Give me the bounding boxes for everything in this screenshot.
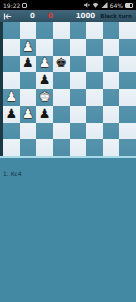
- mute-icon: [84, 2, 90, 8]
- square-h3[interactable]: [119, 106, 136, 123]
- square-b2[interactable]: [20, 123, 37, 140]
- square-d7[interactable]: [53, 39, 70, 56]
- white-score-value: 0: [30, 12, 35, 20]
- black-pawn-a3[interactable]: ♟: [5, 107, 17, 120]
- square-a4[interactable]: ♟: [3, 89, 20, 106]
- battery-percent-label: 64%: [110, 2, 123, 9]
- exit-button[interactable]: [3, 12, 12, 21]
- square-g1[interactable]: [103, 139, 120, 156]
- square-h8[interactable]: [119, 22, 136, 39]
- square-a8[interactable]: [3, 22, 20, 39]
- square-f1[interactable]: [86, 139, 103, 156]
- black-pawn-c5[interactable]: ♟: [39, 73, 51, 86]
- white-pawn-c6[interactable]: ♟: [39, 56, 51, 69]
- square-g3[interactable]: [103, 106, 120, 123]
- status-left: 19:22: [3, 2, 27, 9]
- square-c4[interactable]: ♚: [36, 89, 53, 106]
- square-b8[interactable]: [20, 22, 37, 39]
- white-pawn-a4[interactable]: ♟: [5, 90, 17, 103]
- square-b6[interactable]: ♟: [20, 56, 37, 73]
- chess-board: ♟♟♟♚♟♟♚♟♟♟: [3, 22, 136, 156]
- square-g2[interactable]: [103, 123, 120, 140]
- square-d1[interactable]: [53, 139, 70, 156]
- square-e3[interactable]: [70, 106, 87, 123]
- square-b3[interactable]: ♟: [20, 106, 37, 123]
- square-e1[interactable]: [70, 139, 87, 156]
- square-f3[interactable]: [86, 106, 103, 123]
- square-h4[interactable]: [119, 89, 136, 106]
- signal-icon: [101, 2, 108, 8]
- square-f6[interactable]: [86, 56, 103, 73]
- square-h1[interactable]: [119, 139, 136, 156]
- battery-icon: [125, 3, 133, 8]
- square-d3[interactable]: [53, 106, 70, 123]
- square-a7[interactable]: [3, 39, 20, 56]
- alert-score-value: 0: [48, 12, 53, 20]
- square-c5[interactable]: ♟: [36, 72, 53, 89]
- board-frame: ♟♟♟♚♟♟♚♟♟♟: [0, 22, 136, 156]
- white-king-c4[interactable]: ♚: [39, 90, 51, 103]
- white-pawn-b7[interactable]: ♟: [22, 40, 34, 53]
- status-bar: 19:22 64%: [0, 0, 136, 10]
- move-text: 1. Kc4: [3, 170, 22, 177]
- square-d8[interactable]: [53, 22, 70, 39]
- square-g4[interactable]: [103, 89, 120, 106]
- black-pawn-b6[interactable]: ♟: [22, 56, 34, 69]
- square-e7[interactable]: [70, 39, 87, 56]
- phone-screen: 19:22 64% 0 0 1000 Black turn ♟♟♟♚♟♟♚♟♟♟: [0, 0, 136, 302]
- app-toolbar: 0 0 1000 Black turn: [0, 10, 136, 22]
- square-c3[interactable]: ♟: [36, 106, 53, 123]
- black-pawn-c3[interactable]: ♟: [39, 107, 51, 120]
- square-h6[interactable]: [119, 56, 136, 73]
- square-a3[interactable]: ♟: [3, 106, 20, 123]
- square-e2[interactable]: [70, 123, 87, 140]
- square-e8[interactable]: [70, 22, 87, 39]
- square-a2[interactable]: [3, 123, 20, 140]
- square-a6[interactable]: [3, 56, 20, 73]
- notification-icon: [22, 3, 27, 8]
- wifi-icon: [92, 2, 99, 8]
- square-h7[interactable]: [119, 39, 136, 56]
- square-b4[interactable]: [20, 89, 37, 106]
- engine-level-value: 1000: [76, 12, 95, 20]
- square-f7[interactable]: [86, 39, 103, 56]
- exit-icon: [3, 12, 12, 21]
- turn-indicator: Black turn: [100, 13, 133, 19]
- square-f5[interactable]: [86, 72, 103, 89]
- square-b5[interactable]: [20, 72, 37, 89]
- square-g5[interactable]: [103, 72, 120, 89]
- square-b7[interactable]: ♟: [20, 39, 37, 56]
- square-g6[interactable]: [103, 56, 120, 73]
- clock-label: 19:22: [3, 2, 20, 9]
- black-king-d6[interactable]: ♚: [55, 56, 67, 69]
- square-a5[interactable]: [3, 72, 20, 89]
- square-e4[interactable]: [70, 89, 87, 106]
- square-d6[interactable]: ♚: [53, 56, 70, 73]
- square-h2[interactable]: [119, 123, 136, 140]
- square-d4[interactable]: [53, 89, 70, 106]
- square-c1[interactable]: [36, 139, 53, 156]
- square-d5[interactable]: [53, 72, 70, 89]
- square-f4[interactable]: [86, 89, 103, 106]
- move-list[interactable]: 1. Kc4: [0, 158, 136, 302]
- square-c8[interactable]: [36, 22, 53, 39]
- square-h5[interactable]: [119, 72, 136, 89]
- square-f2[interactable]: [86, 123, 103, 140]
- square-c2[interactable]: [36, 123, 53, 140]
- status-right: 64%: [84, 2, 133, 9]
- square-e5[interactable]: [70, 72, 87, 89]
- square-d2[interactable]: [53, 123, 70, 140]
- square-f8[interactable]: [86, 22, 103, 39]
- white-pawn-b3[interactable]: ♟: [22, 107, 34, 120]
- square-c6[interactable]: ♟: [36, 56, 53, 73]
- square-e6[interactable]: [70, 56, 87, 73]
- square-b1[interactable]: [20, 139, 37, 156]
- square-g7[interactable]: [103, 39, 120, 56]
- square-c7[interactable]: [36, 39, 53, 56]
- square-a1[interactable]: [3, 139, 20, 156]
- square-g8[interactable]: [103, 22, 120, 39]
